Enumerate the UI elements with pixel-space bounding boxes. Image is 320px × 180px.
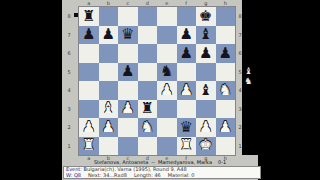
square-c1 (118, 137, 138, 156)
players-separator: -- (151, 159, 155, 165)
black-player-name: Mamedyarova, Marka (158, 159, 212, 165)
status-item-1: Next: 34...Rxd8 (88, 172, 127, 178)
square-g3 (196, 100, 216, 119)
coord-label-4: 4 (65, 81, 73, 100)
square-d7 (138, 26, 158, 45)
square-b8 (99, 7, 119, 26)
coord-label-c: c (118, 0, 138, 6)
square-a4 (79, 81, 99, 100)
white-pawn: ♟ (102, 119, 115, 134)
square-d5 (138, 63, 158, 82)
coord-label-6: 6 (236, 44, 244, 63)
white-pawn: ♟ (160, 82, 173, 97)
white-knight: ♞ (141, 119, 154, 134)
coord-label-7: 7 (65, 26, 73, 45)
white-pawn: ♟ (219, 119, 232, 134)
square-h5 (216, 63, 236, 82)
white-pawn: ♟ (121, 101, 134, 116)
status-item-2: Length: 46 (134, 172, 161, 178)
square-h2: ♟ (216, 118, 236, 137)
square-f7: ♟ (177, 26, 197, 45)
coord-label-2: 2 (65, 118, 73, 137)
white-pawn: ♟ (180, 82, 193, 97)
status-item-0: W: Q8 (66, 172, 81, 178)
white-pawn: ♟ (199, 119, 212, 134)
black-pawn: ♟ (121, 64, 134, 79)
knight-icon: ♞ (243, 76, 254, 86)
square-f4: ♟ (177, 81, 197, 100)
square-f6: ♟ (177, 44, 197, 63)
black-pawn: ♟ (180, 27, 193, 42)
black-bishop: ♝ (199, 27, 212, 42)
square-e6 (157, 44, 177, 63)
white-knight: ♞ (219, 82, 232, 97)
white-pawn: ♟ (82, 119, 95, 134)
square-b4 (99, 81, 119, 100)
square-a5 (79, 63, 99, 82)
square-b7: ♟ (99, 26, 119, 45)
coord-label-8: 8 (236, 7, 244, 26)
black-pawn: ♟ (219, 45, 232, 60)
square-h7 (216, 26, 236, 45)
square-a7: ♟ (79, 26, 99, 45)
square-e1 (157, 137, 177, 156)
black-bishop: ♝ (199, 82, 212, 97)
game-info-box: Event: Bulgaria(ch), Varna (1995), Round… (63, 166, 261, 179)
square-a8: ♜ (79, 7, 99, 26)
coord-label-7: 7 (236, 26, 244, 45)
square-g4: ♝ (196, 81, 216, 100)
square-g5 (196, 63, 216, 82)
coord-label-h: h (216, 0, 236, 6)
square-h8 (216, 7, 236, 26)
black-rook: ♜ (82, 8, 95, 23)
square-d4 (138, 81, 158, 100)
rank-labels-left: 87654321 (65, 7, 73, 155)
square-f1: ♜ (177, 137, 197, 156)
coord-label-3: 3 (65, 100, 73, 119)
coord-label-d: d (138, 0, 158, 6)
square-a2: ♟ (79, 118, 99, 137)
players-line: Stefanova, Antoaneta--Mamedyarova, Marka… (62, 159, 258, 165)
coord-label-e: e (157, 0, 177, 6)
game-result: 0-1 (218, 159, 226, 165)
black-king: ♚ (199, 8, 212, 23)
square-h3 (216, 100, 236, 119)
square-b6 (99, 44, 119, 63)
square-d8 (138, 7, 158, 26)
black-rook: ♜ (141, 101, 154, 116)
square-g1: ♚ (196, 137, 216, 156)
status-line: W: Q8Next: 34...Rxd8Length: 46Material: … (66, 173, 258, 179)
square-d1 (138, 137, 158, 156)
white-king: ♚ (199, 138, 212, 153)
square-c6 (118, 44, 138, 63)
coord-label-1: 1 (65, 137, 73, 156)
square-d3: ♜ (138, 100, 158, 119)
square-c8 (118, 7, 138, 26)
coord-label-2: 2 (236, 118, 244, 137)
coord-label-f: f (177, 0, 197, 6)
square-e3 (157, 100, 177, 119)
square-b2: ♟ (99, 118, 119, 137)
white-player-name: Stefanova, Antoaneta (94, 159, 148, 165)
square-f2: ♛ (177, 118, 197, 137)
white-bishop: ♝ (102, 101, 115, 116)
material-icons: ♝♞ (243, 66, 254, 86)
square-g6: ♟ (196, 44, 216, 63)
square-b1 (99, 137, 119, 156)
square-a1: ♜ (79, 137, 99, 156)
white-rook: ♜ (82, 138, 95, 153)
black-pawn: ♟ (180, 45, 193, 60)
square-b3: ♝ (99, 100, 119, 119)
square-c3: ♟ (118, 100, 138, 119)
square-g2: ♟ (196, 118, 216, 137)
coord-label-5: 5 (65, 63, 73, 82)
coord-label-8: 8 (65, 7, 73, 26)
square-h1 (216, 137, 236, 156)
coord-label-b: b (99, 0, 119, 6)
coord-label-6: 6 (65, 44, 73, 63)
square-b5 (99, 63, 119, 82)
coord-label-1: 1 (236, 137, 244, 156)
square-f5 (177, 63, 197, 82)
square-e5: ♞ (157, 63, 177, 82)
coord-label-a: a (79, 0, 99, 6)
square-c4 (118, 81, 138, 100)
side-to-move-indicator (74, 13, 78, 17)
bishop-icon: ♝ (243, 66, 254, 76)
square-f3 (177, 100, 197, 119)
square-g7: ♝ (196, 26, 216, 45)
black-pawn: ♟ (102, 27, 115, 42)
black-pawn: ♟ (199, 45, 212, 60)
square-h6: ♟ (216, 44, 236, 63)
black-queen: ♛ (180, 119, 193, 134)
square-e4: ♟ (157, 81, 177, 100)
square-e7 (157, 26, 177, 45)
white-rook: ♜ (180, 138, 193, 153)
square-c2 (118, 118, 138, 137)
square-c5: ♟ (118, 63, 138, 82)
square-h4: ♞ (216, 81, 236, 100)
black-queen: ♛ (121, 27, 134, 42)
square-d6 (138, 44, 158, 63)
black-knight: ♞ (160, 64, 173, 79)
black-pawn: ♟ (82, 27, 95, 42)
coord-label-3: 3 (236, 100, 244, 119)
coord-label-g: g (196, 0, 216, 6)
square-g8: ♚ (196, 7, 216, 26)
square-a6 (79, 44, 99, 63)
square-d2: ♞ (138, 118, 158, 137)
square-a3 (79, 100, 99, 119)
file-labels-top: abcdefgh (79, 0, 235, 6)
square-c7: ♛ (118, 26, 138, 45)
status-item-3: Material: 0 (168, 172, 195, 178)
chess-board: ♜♚♟♟♛♟♝♟♟♟♟♞♟♟♝♞♝♟♜♟♟♞♛♟♟♜♜♚ (79, 7, 235, 155)
square-f8 (177, 7, 197, 26)
square-e2 (157, 118, 177, 137)
square-e8 (157, 7, 177, 26)
